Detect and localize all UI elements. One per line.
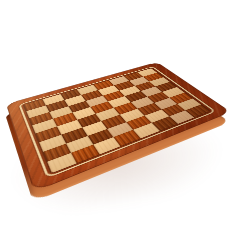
chessboard-product-photo [0,0,238,238]
